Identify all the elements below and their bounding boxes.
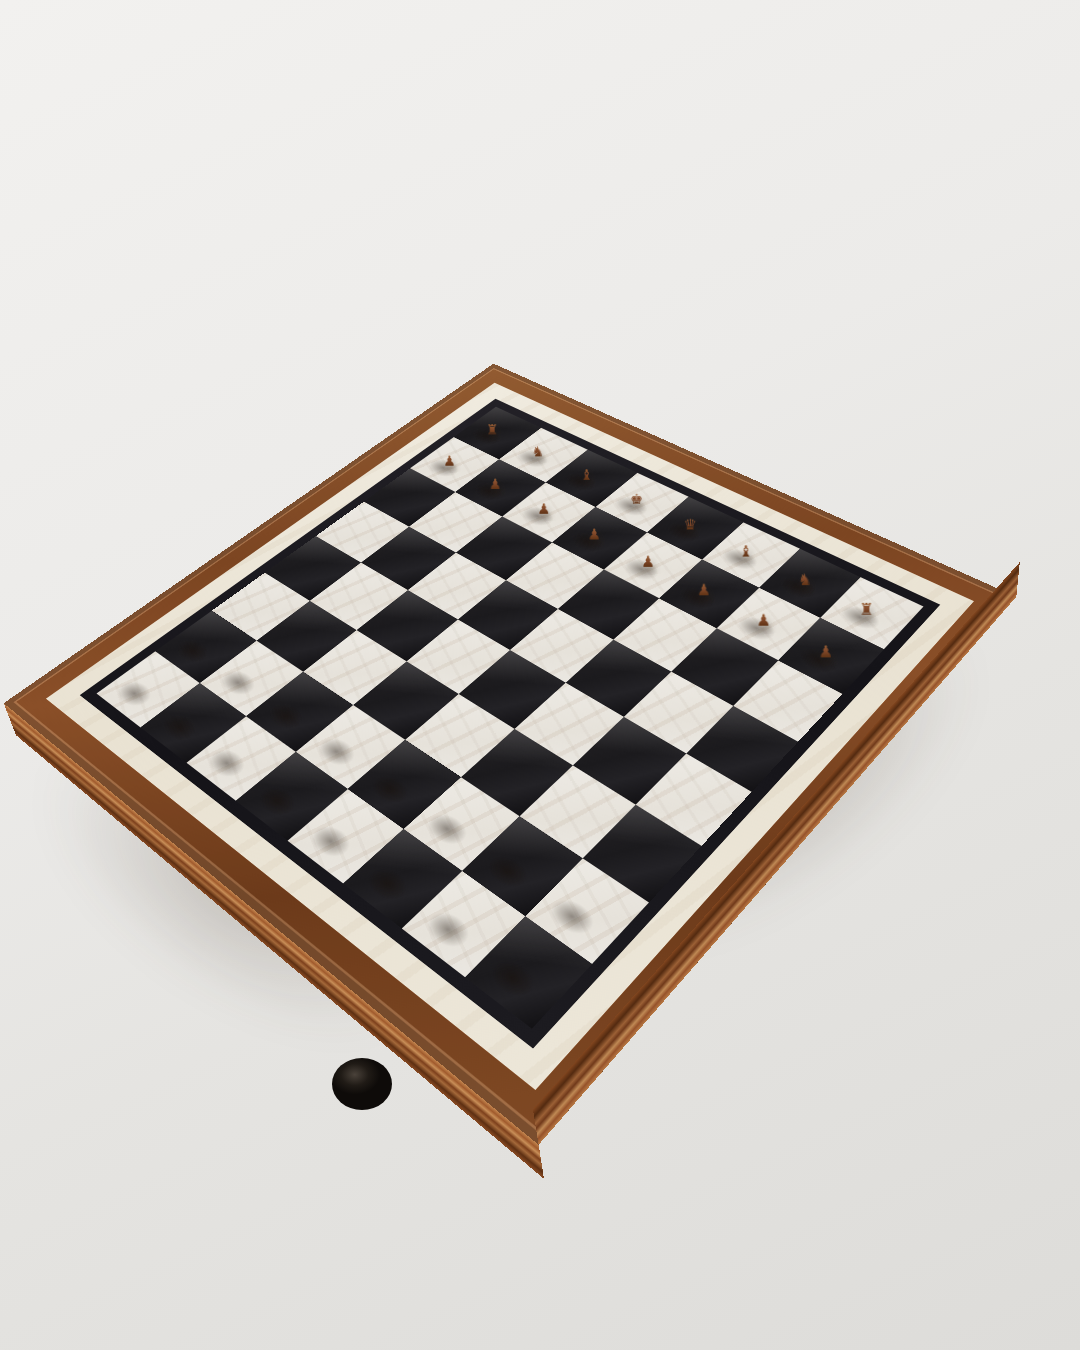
black-king-e8[interactable]: ♚ — [631, 492, 644, 506]
black-pawn-f7[interactable]: ♟ — [537, 502, 550, 516]
white-king-e1[interactable]: ♚ — [277, 784, 293, 801]
board-grid: ♜♞♝♚♛♝♞♜♟♟♟♟♟♟♟♟♟♟♟♟♟♟♟♟♜♞♝♚♛♝♞♜ — [96, 407, 923, 1029]
black-rook-h8[interactable]: ♜ — [486, 423, 498, 436]
black-pawn-g7[interactable]: ♟ — [489, 478, 502, 491]
white-pawn-b2[interactable]: ♟ — [507, 853, 524, 871]
black-pawn-a7[interactable]: ♟ — [819, 644, 834, 660]
white-pawn-a2[interactable]: ♟ — [572, 898, 589, 916]
white-knight-b1[interactable]: ♞ — [448, 911, 465, 929]
scene: ♜♞♝♚♛♝♞♜♟♟♟♟♟♟♟♟♟♟♟♟♟♟♟♟♜♞♝♚♛♝♞♜ — [0, 0, 1080, 1350]
white-pawn-d2[interactable]: ♟ — [390, 772, 406, 789]
black-pawn-c7[interactable]: ♟ — [697, 583, 711, 598]
white-pawn-g2[interactable]: ♟ — [238, 667, 252, 682]
white-queen-d1[interactable]: ♛ — [330, 824, 346, 841]
black-bishop-f8[interactable]: ♝ — [580, 468, 593, 481]
black-queen-d8[interactable]: ♛ — [684, 517, 697, 531]
black-bishop-c8[interactable]: ♝ — [739, 544, 753, 558]
black-rook-a8[interactable]: ♜ — [860, 602, 874, 617]
white-rook-a1[interactable]: ♜ — [512, 959, 530, 978]
black-pawn-h7[interactable]: ♟ — [443, 454, 455, 467]
white-pawn-h2[interactable]: ♟ — [192, 636, 206, 651]
photo-backdrop: ♜♞♝♚♛♝♞♜♟♟♟♟♟♟♟♟♟♟♟♟♟♟♟♟♜♞♝♚♛♝♞♜ — [0, 0, 1080, 1350]
white-bishop-c1[interactable]: ♝ — [387, 866, 404, 884]
black-knight-g8[interactable]: ♞ — [532, 445, 544, 458]
white-knight-g1[interactable]: ♞ — [179, 711, 194, 727]
white-pawn-f2[interactable]: ♟ — [285, 700, 300, 716]
chessboard-frame: ♜♞♝♚♛♝♞♜♟♟♟♟♟♟♟♟♟♟♟♟♟♟♟♟♜♞♝♚♛♝♞♜ — [4, 364, 1017, 1145]
white-pawn-c2[interactable]: ♟ — [447, 812, 463, 829]
white-bishop-f1[interactable]: ♝ — [226, 747, 241, 763]
white-rook-h1[interactable]: ♜ — [134, 678, 148, 693]
black-pawn-d7[interactable]: ♟ — [641, 554, 655, 568]
white-pawn-e2[interactable]: ♟ — [336, 735, 351, 751]
square-e3[interactable] — [353, 661, 459, 740]
black-knight-b8[interactable]: ♞ — [798, 572, 812, 587]
black-pawn-e7[interactable]: ♟ — [588, 528, 601, 542]
black-pawn-b7[interactable]: ♟ — [756, 613, 770, 628]
